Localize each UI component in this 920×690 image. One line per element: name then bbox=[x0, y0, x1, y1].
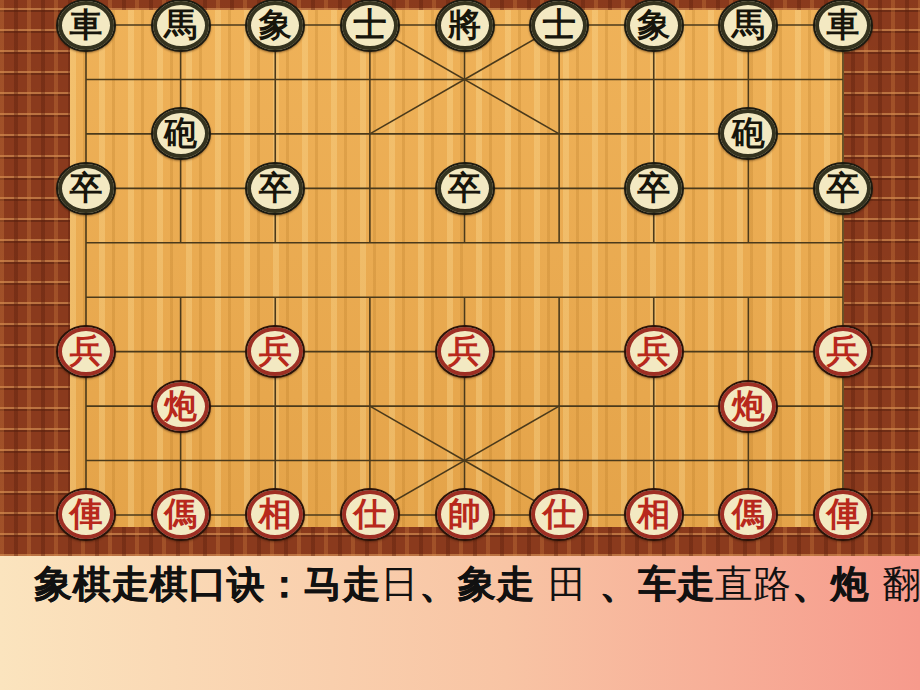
red-cannon-piece[interactable]: 炮 bbox=[718, 380, 778, 433]
caption: 象棋走棋口诀：马走日、象走 田 、车走直路、炮 翻山 bbox=[34, 562, 920, 608]
piece-character: 兵 bbox=[259, 334, 292, 367]
red-soldier-piece[interactable]: 兵 bbox=[245, 325, 305, 378]
black-chariot-piece[interactable]: 車 bbox=[56, 0, 116, 52]
black-elephant-piece[interactable]: 象 bbox=[245, 0, 305, 52]
caption-segment: 日 bbox=[381, 562, 420, 606]
caption-segment: 、炮 bbox=[792, 562, 883, 606]
red-soldier-piece[interactable]: 兵 bbox=[56, 325, 116, 378]
red-general-piece[interactable]: 帥 bbox=[435, 488, 495, 541]
piece-character: 砲 bbox=[732, 116, 765, 149]
caption-segment: 田 bbox=[548, 562, 599, 606]
black-soldier-piece[interactable]: 卒 bbox=[245, 162, 305, 215]
piece-character: 卒 bbox=[259, 171, 292, 204]
piece-character: 炮 bbox=[732, 389, 765, 422]
piece-character: 仕 bbox=[543, 497, 576, 530]
piece-character: 傌 bbox=[732, 497, 765, 530]
black-advisor-piece[interactable]: 士 bbox=[340, 0, 400, 52]
black-advisor-piece[interactable]: 士 bbox=[529, 0, 589, 52]
piece-character: 卒 bbox=[70, 171, 103, 204]
piece-character: 仕 bbox=[353, 497, 386, 530]
black-soldier-piece[interactable]: 卒 bbox=[624, 162, 684, 215]
piece-character: 砲 bbox=[164, 116, 197, 149]
caption-segment: 、车走 bbox=[599, 562, 715, 606]
slide: 車馬象士將士象馬車砲砲卒卒卒卒卒兵兵兵兵兵炮炮俥傌相仕帥仕相傌俥 象棋走棋口诀：… bbox=[0, 0, 920, 690]
piece-character: 兵 bbox=[70, 334, 103, 367]
piece-character: 士 bbox=[353, 8, 386, 41]
black-cannon-piece[interactable]: 砲 bbox=[151, 107, 211, 160]
piece-character: 俥 bbox=[827, 497, 860, 530]
black-horse-piece[interactable]: 馬 bbox=[151, 0, 211, 52]
black-horse-piece[interactable]: 馬 bbox=[718, 0, 778, 52]
red-advisor-piece[interactable]: 仕 bbox=[340, 488, 400, 541]
piece-character: 兵 bbox=[448, 334, 481, 367]
piece-character: 傌 bbox=[164, 497, 197, 530]
red-horse-piece[interactable]: 傌 bbox=[151, 488, 211, 541]
caption-segment: 直路 bbox=[715, 562, 792, 606]
black-chariot-piece[interactable]: 車 bbox=[813, 0, 873, 52]
piece-character: 兵 bbox=[637, 334, 670, 367]
piece-character: 象 bbox=[259, 8, 292, 41]
xiangqi-board[interactable] bbox=[70, 10, 844, 527]
black-soldier-piece[interactable]: 卒 bbox=[813, 162, 873, 215]
piece-character: 兵 bbox=[827, 334, 860, 367]
piece-character: 相 bbox=[259, 497, 292, 530]
black-soldier-piece[interactable]: 卒 bbox=[56, 162, 116, 215]
red-cannon-piece[interactable]: 炮 bbox=[151, 380, 211, 433]
piece-character: 象 bbox=[637, 8, 670, 41]
caption-segment: 象棋走棋口诀：马走 bbox=[34, 562, 381, 606]
black-elephant-piece[interactable]: 象 bbox=[624, 0, 684, 52]
caption-band: 象棋走棋口诀：马走日、象走 田 、车走直路、炮 翻山 bbox=[0, 556, 920, 690]
caption-segment: 翻山 bbox=[883, 562, 920, 606]
red-elephant-piece[interactable]: 相 bbox=[624, 488, 684, 541]
piece-character: 帥 bbox=[448, 497, 481, 530]
red-soldier-piece[interactable]: 兵 bbox=[435, 325, 495, 378]
black-soldier-piece[interactable]: 卒 bbox=[435, 162, 495, 215]
piece-character: 卒 bbox=[637, 171, 670, 204]
piece-character: 炮 bbox=[164, 389, 197, 422]
piece-character: 車 bbox=[70, 8, 103, 41]
caption-segment: 、象走 bbox=[419, 562, 548, 606]
piece-character: 卒 bbox=[448, 171, 481, 204]
piece-character: 馬 bbox=[164, 8, 197, 41]
black-general-piece[interactable]: 將 bbox=[435, 0, 495, 52]
piece-character: 卒 bbox=[827, 171, 860, 204]
piece-character: 馬 bbox=[732, 8, 765, 41]
piece-character: 士 bbox=[543, 8, 576, 41]
red-soldier-piece[interactable]: 兵 bbox=[624, 325, 684, 378]
board-grid-lines bbox=[70, 10, 844, 527]
piece-character: 相 bbox=[637, 497, 670, 530]
piece-character: 車 bbox=[827, 8, 860, 41]
piece-character: 俥 bbox=[70, 497, 103, 530]
piece-character: 將 bbox=[448, 8, 481, 41]
red-soldier-piece[interactable]: 兵 bbox=[813, 325, 873, 378]
